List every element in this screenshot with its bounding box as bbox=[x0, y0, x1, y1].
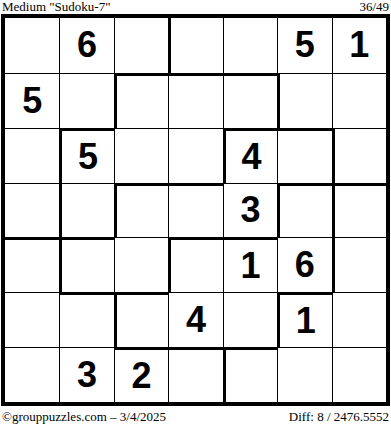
cell-r3c7[interactable] bbox=[332, 128, 386, 183]
cell-r2c4[interactable] bbox=[168, 73, 222, 128]
cell-r2c7[interactable] bbox=[332, 73, 386, 128]
cell-r7c1[interactable] bbox=[5, 347, 59, 402]
cell-r3c4[interactable] bbox=[168, 128, 222, 183]
cell-r7c4[interactable] bbox=[168, 347, 222, 402]
cell-r4c5-given: 3 bbox=[223, 183, 277, 238]
cell-r5c6-given: 6 bbox=[277, 237, 331, 292]
cell-r4c1[interactable] bbox=[5, 183, 59, 238]
copyright-date: ©grouppuzzles.com – 3/4/2025 bbox=[2, 408, 166, 425]
cell-r6c5[interactable] bbox=[223, 292, 277, 347]
puzzle-page: Medium "Sudoku-7" 36/49 6515543164132 ©g… bbox=[0, 0, 391, 426]
cell-r1c4[interactable] bbox=[168, 18, 222, 73]
cell-r3c6[interactable] bbox=[277, 128, 331, 183]
cell-r6c6-given: 1 bbox=[277, 292, 331, 347]
cell-r1c3[interactable] bbox=[114, 18, 168, 73]
cell-r2c5[interactable] bbox=[223, 73, 277, 128]
puzzle-title: Medium "Sudoku-7" bbox=[2, 0, 110, 14]
cell-r1c5[interactable] bbox=[223, 18, 277, 73]
cell-r7c6[interactable] bbox=[277, 347, 331, 402]
cell-r2c1-given: 5 bbox=[5, 73, 59, 128]
cell-r3c2-given: 5 bbox=[59, 128, 113, 183]
cell-r5c7[interactable] bbox=[332, 237, 386, 292]
cell-r2c2[interactable] bbox=[59, 73, 113, 128]
cell-r6c4-given: 4 bbox=[168, 292, 222, 347]
cell-r5c1[interactable] bbox=[5, 237, 59, 292]
footer: ©grouppuzzles.com – 3/4/2025 Diff: 8 / 2… bbox=[2, 408, 389, 425]
cell-r1c2-given: 6 bbox=[59, 18, 113, 73]
cell-r4c6[interactable] bbox=[277, 183, 331, 238]
cell-r1c6-given: 5 bbox=[277, 18, 331, 73]
cell-r2c6[interactable] bbox=[277, 73, 331, 128]
header: Medium "Sudoku-7" 36/49 bbox=[2, 0, 389, 14]
cell-r7c3-given: 2 bbox=[114, 347, 168, 402]
cell-r6c1[interactable] bbox=[5, 292, 59, 347]
cell-r4c3[interactable] bbox=[114, 183, 168, 238]
cell-r6c3[interactable] bbox=[114, 292, 168, 347]
cell-r3c5-given: 4 bbox=[223, 128, 277, 183]
cell-r5c2[interactable] bbox=[59, 237, 113, 292]
cell-r3c1[interactable] bbox=[5, 128, 59, 183]
cell-r3c3[interactable] bbox=[114, 128, 168, 183]
cell-r4c4[interactable] bbox=[168, 183, 222, 238]
cell-r4c7[interactable] bbox=[332, 183, 386, 238]
empty-cell-counter: 36/49 bbox=[359, 0, 389, 14]
cell-r1c1[interactable] bbox=[5, 18, 59, 73]
cell-r7c2-given: 3 bbox=[59, 347, 113, 402]
cell-r5c3[interactable] bbox=[114, 237, 168, 292]
cell-r5c5-given: 1 bbox=[223, 237, 277, 292]
cell-r5c4[interactable] bbox=[168, 237, 222, 292]
difficulty-rating: Diff: 8 / 2476.5552 bbox=[289, 408, 389, 425]
cell-r7c5[interactable] bbox=[223, 347, 277, 402]
cell-r4c2[interactable] bbox=[59, 183, 113, 238]
cell-r7c7[interactable] bbox=[332, 347, 386, 402]
sudoku-board: 6515543164132 bbox=[1, 14, 390, 406]
cell-r6c2[interactable] bbox=[59, 292, 113, 347]
cell-r2c3[interactable] bbox=[114, 73, 168, 128]
cell-r6c7[interactable] bbox=[332, 292, 386, 347]
cell-r1c7-given: 1 bbox=[332, 18, 386, 73]
